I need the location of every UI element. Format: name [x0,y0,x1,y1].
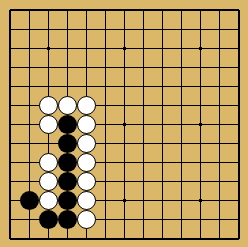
intersection[interactable] [115,134,134,153]
intersection[interactable] [39,134,58,153]
black-stone [58,210,77,229]
intersection[interactable] [172,58,191,77]
intersection[interactable] [20,58,39,77]
intersection[interactable] [153,153,172,172]
intersection[interactable] [153,191,172,210]
intersection[interactable] [20,153,39,172]
intersection[interactable] [1,1,20,20]
intersection[interactable] [191,191,210,210]
intersection[interactable] [96,20,115,39]
intersection[interactable] [77,115,96,134]
black-stone [58,191,77,210]
intersection[interactable] [210,115,229,134]
intersection[interactable] [20,210,39,229]
intersection[interactable] [229,134,248,153]
intersection[interactable] [39,153,58,172]
intersection[interactable] [96,77,115,96]
intersection[interactable] [134,58,153,77]
black-stone [58,172,77,191]
black-stone [58,153,77,172]
intersection[interactable] [77,39,96,58]
intersection[interactable] [77,134,96,153]
intersection[interactable] [229,58,248,77]
intersection[interactable] [210,77,229,96]
intersection[interactable] [77,96,96,115]
intersection[interactable] [58,20,77,39]
white-stone [58,96,77,115]
intersection[interactable] [134,96,153,115]
intersection[interactable] [210,134,229,153]
intersection[interactable] [1,96,20,115]
intersection[interactable] [229,96,248,115]
black-stone [58,115,77,134]
intersection[interactable] [58,77,77,96]
intersection[interactable] [20,20,39,39]
intersection[interactable] [229,191,248,210]
black-stone [58,134,77,153]
intersection[interactable] [134,210,153,229]
intersection[interactable] [58,58,77,77]
intersection[interactable] [172,20,191,39]
intersection[interactable] [39,58,58,77]
star-point [199,199,202,202]
intersection[interactable] [134,191,153,210]
intersection[interactable] [229,115,248,134]
intersection[interactable] [115,1,134,20]
intersection[interactable] [1,39,20,58]
intersection[interactable] [229,210,248,229]
black-stone [20,191,39,210]
intersection[interactable] [58,191,77,210]
intersection[interactable] [77,210,96,229]
intersection[interactable] [153,58,172,77]
intersection[interactable] [77,1,96,20]
intersection[interactable] [115,172,134,191]
intersection[interactable] [77,20,96,39]
intersection[interactable] [153,77,172,96]
intersection[interactable] [96,153,115,172]
intersection[interactable] [153,210,172,229]
intersection[interactable] [58,172,77,191]
white-stone [39,115,58,134]
intersection[interactable] [172,191,191,210]
intersection[interactable] [134,115,153,134]
intersection[interactable] [77,229,96,247]
go-board [1,1,248,247]
intersection[interactable] [191,20,210,39]
intersection[interactable] [1,58,20,77]
intersection[interactable] [58,229,77,247]
intersection[interactable] [191,96,210,115]
intersection[interactable] [191,153,210,172]
intersection[interactable] [210,1,229,20]
intersection[interactable] [172,39,191,58]
intersection[interactable] [134,39,153,58]
intersection[interactable] [191,115,210,134]
intersection[interactable] [191,210,210,229]
intersection[interactable] [210,191,229,210]
intersection[interactable] [96,115,115,134]
intersection[interactable] [77,172,96,191]
intersection[interactable] [115,96,134,115]
intersection[interactable] [77,153,96,172]
intersection[interactable] [58,96,77,115]
intersection[interactable] [153,20,172,39]
intersection[interactable] [20,96,39,115]
intersection[interactable] [153,134,172,153]
intersection[interactable] [210,229,229,247]
intersection[interactable] [20,115,39,134]
intersection[interactable] [58,153,77,172]
intersection[interactable] [96,210,115,229]
star-point [123,123,126,126]
star-point [47,47,50,50]
intersection[interactable] [1,77,20,96]
intersection[interactable] [191,172,210,191]
intersection[interactable] [172,115,191,134]
intersection[interactable] [1,115,20,134]
white-stone [77,210,96,229]
intersection[interactable] [229,39,248,58]
white-stone [39,191,58,210]
intersection[interactable] [96,134,115,153]
intersection[interactable] [191,58,210,77]
intersection[interactable] [96,39,115,58]
intersection[interactable] [20,1,39,20]
intersection[interactable] [1,134,20,153]
intersection[interactable] [39,96,58,115]
black-stone [39,210,58,229]
intersection[interactable] [229,172,248,191]
white-stone [77,115,96,134]
intersection[interactable] [210,172,229,191]
intersection[interactable] [58,134,77,153]
intersection[interactable] [172,229,191,247]
star-point [199,47,202,50]
intersection[interactable] [153,1,172,20]
intersection[interactable] [58,115,77,134]
intersection[interactable] [96,96,115,115]
intersection[interactable] [134,1,153,20]
intersection[interactable] [153,96,172,115]
intersection[interactable] [229,153,248,172]
intersection[interactable] [115,191,134,210]
white-stone [77,134,96,153]
intersection[interactable] [115,20,134,39]
intersection[interactable] [229,1,248,20]
intersection[interactable] [1,210,20,229]
intersection[interactable] [172,134,191,153]
white-stone [39,172,58,191]
intersection[interactable] [77,191,96,210]
intersection[interactable] [96,172,115,191]
intersection[interactable] [96,58,115,77]
intersection[interactable] [1,172,20,191]
intersection[interactable] [115,153,134,172]
intersection[interactable] [1,20,20,39]
intersection[interactable] [115,210,134,229]
intersection[interactable] [172,153,191,172]
intersection[interactable] [153,229,172,247]
intersection[interactable] [172,1,191,20]
intersection[interactable] [39,191,58,210]
white-stone [39,153,58,172]
intersection[interactable] [134,172,153,191]
white-stone [77,172,96,191]
intersection[interactable] [115,39,134,58]
intersection[interactable] [58,210,77,229]
intersection[interactable] [115,115,134,134]
intersection[interactable] [210,210,229,229]
intersection[interactable] [191,1,210,20]
intersection[interactable] [39,39,58,58]
intersection[interactable] [191,134,210,153]
intersection[interactable] [39,1,58,20]
intersection[interactable] [39,172,58,191]
intersection[interactable] [134,229,153,247]
star-point [123,47,126,50]
intersection[interactable] [77,58,96,77]
intersection[interactable] [115,77,134,96]
intersection[interactable] [210,96,229,115]
intersection[interactable] [39,229,58,247]
intersection[interactable] [134,77,153,96]
intersection[interactable] [229,20,248,39]
intersection[interactable] [96,191,115,210]
intersection[interactable] [39,115,58,134]
intersection[interactable] [210,20,229,39]
intersection[interactable] [1,191,20,210]
intersection[interactable] [153,172,172,191]
white-stone [77,191,96,210]
intersection[interactable] [115,58,134,77]
intersection[interactable] [191,229,210,247]
intersection[interactable] [96,229,115,247]
intersection[interactable] [134,20,153,39]
intersection[interactable] [153,39,172,58]
intersection[interactable] [96,1,115,20]
intersection[interactable] [210,39,229,58]
intersection[interactable] [115,229,134,247]
white-stone [39,96,58,115]
intersection[interactable] [172,96,191,115]
intersection[interactable] [134,134,153,153]
intersection[interactable] [153,115,172,134]
intersection[interactable] [20,229,39,247]
intersection[interactable] [134,153,153,172]
intersection[interactable] [20,39,39,58]
intersection[interactable] [58,1,77,20]
intersection[interactable] [191,77,210,96]
intersection[interactable] [20,77,39,96]
intersection[interactable] [210,58,229,77]
intersection[interactable] [20,134,39,153]
white-stone [77,96,96,115]
intersection[interactable] [172,77,191,96]
intersection[interactable] [77,77,96,96]
intersection[interactable] [20,172,39,191]
intersection[interactable] [39,77,58,96]
intersection[interactable] [1,229,20,247]
intersection[interactable] [172,172,191,191]
go-board-diagram [0,0,247,247]
intersection[interactable] [191,39,210,58]
intersection[interactable] [210,153,229,172]
intersection[interactable] [1,153,20,172]
intersection[interactable] [229,77,248,96]
star-point [123,199,126,202]
intersection[interactable] [229,229,248,247]
white-stone [77,153,96,172]
intersection[interactable] [172,210,191,229]
intersection[interactable] [58,39,77,58]
intersection[interactable] [39,210,58,229]
star-point [199,123,202,126]
intersection[interactable] [39,20,58,39]
intersection[interactable] [20,191,39,210]
